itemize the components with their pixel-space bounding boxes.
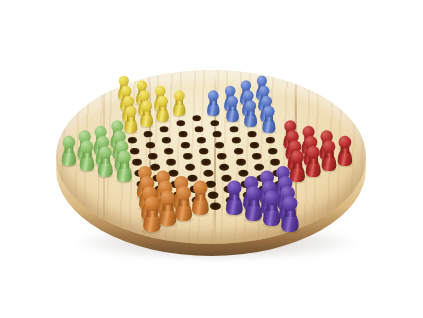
board-hole[interactable] (217, 153, 227, 159)
board-cell (169, 110, 187, 116)
board-hole[interactable] (266, 137, 275, 143)
board-hole[interactable] (132, 159, 142, 165)
board-hole[interactable] (203, 169, 213, 176)
peg-red[interactable] (305, 145, 320, 176)
board-cell (248, 154, 266, 160)
board-cell (141, 143, 159, 149)
peg-orange[interactable] (143, 195, 160, 231)
board-cell (194, 148, 212, 154)
board-cell (261, 137, 279, 143)
peg-blue[interactable] (244, 100, 257, 127)
peg-head (117, 150, 130, 163)
peg-head (261, 95, 272, 106)
board-cell (95, 170, 113, 176)
board-cell (259, 126, 277, 132)
board-cell (187, 115, 205, 121)
board-hole[interactable] (183, 153, 193, 159)
peg-head (155, 85, 166, 96)
board-hole[interactable] (201, 159, 211, 165)
board-cell (144, 154, 162, 160)
board-hole[interactable] (215, 142, 224, 148)
peg-head (323, 140, 336, 153)
peg-orange[interactable] (192, 180, 209, 215)
board-cell (197, 159, 215, 165)
board-hole[interactable] (220, 164, 230, 170)
board-hole[interactable] (250, 142, 259, 148)
board-hole[interactable] (236, 159, 246, 165)
board-hole[interactable] (146, 142, 155, 148)
peg-yellow[interactable] (124, 105, 137, 132)
board-cell (142, 225, 160, 231)
board-cell (204, 110, 222, 116)
peg-head (80, 140, 93, 153)
board-hole[interactable] (192, 115, 200, 120)
board-cell (176, 143, 194, 149)
board-hole[interactable] (167, 159, 177, 165)
board-cell (114, 176, 132, 182)
peg-head (245, 100, 256, 111)
peg-head (137, 80, 147, 90)
peg-yellow[interactable] (173, 90, 185, 116)
board-cell (190, 126, 208, 132)
board-hole[interactable] (197, 137, 206, 143)
board-hole[interactable] (164, 148, 173, 154)
board-cell (58, 159, 76, 165)
board-cell (158, 137, 176, 143)
peg-green[interactable] (116, 150, 131, 182)
peg-head (121, 85, 132, 96)
board-cell (171, 121, 189, 127)
board-hole[interactable] (213, 131, 222, 137)
peg-head (263, 105, 274, 116)
peg-blue[interactable] (262, 105, 275, 132)
board-cell (208, 132, 226, 138)
board-cell (215, 165, 233, 171)
board-cell (162, 159, 180, 165)
board-cell (319, 165, 337, 171)
peg-head (290, 150, 303, 163)
peg-head (227, 95, 238, 106)
board-cell (178, 154, 196, 160)
board-cell (224, 126, 242, 132)
peg-orange[interactable] (159, 190, 176, 226)
board-cell (231, 159, 249, 165)
board-cell (243, 214, 261, 220)
board-hole[interactable] (208, 191, 219, 198)
board-cell (266, 159, 284, 165)
peg-red[interactable] (322, 140, 337, 171)
board-cell (174, 214, 192, 220)
peg-blue[interactable] (207, 90, 219, 116)
board-cell (303, 170, 321, 176)
board-cell (264, 148, 282, 154)
peg-head (123, 95, 134, 106)
board-hole[interactable] (148, 153, 158, 159)
board-hole[interactable] (231, 137, 240, 143)
peg-head (282, 195, 297, 210)
product-photo-canvas: { "game": "chinese-checkers", "board": {… (0, 0, 423, 318)
peg-purple[interactable] (226, 180, 243, 215)
peg-purple[interactable] (245, 185, 262, 220)
peg-head (208, 90, 219, 101)
peg-head (144, 195, 159, 210)
board-cell (153, 115, 171, 121)
board-hole[interactable] (199, 148, 208, 154)
peg-head (99, 145, 112, 158)
peg-green[interactable] (61, 135, 76, 165)
board-cell (192, 137, 210, 143)
peg-field (44, 93, 367, 231)
board-cell (240, 121, 258, 127)
board-cell (155, 126, 173, 132)
board-cell (206, 121, 224, 127)
peg-purple[interactable] (281, 195, 298, 231)
board-hole[interactable] (234, 148, 243, 154)
board-hole[interactable] (270, 159, 280, 165)
peg-head (193, 180, 208, 195)
peg-green[interactable] (79, 140, 94, 171)
board-hole[interactable] (195, 126, 204, 132)
peg-yellow[interactable] (157, 95, 170, 121)
board-hole[interactable] (211, 120, 220, 126)
board-cell (229, 148, 247, 154)
board-cell (234, 170, 252, 176)
board-hole[interactable] (248, 131, 257, 137)
board-hole[interactable] (162, 137, 171, 143)
board-cell (211, 143, 229, 149)
peg-head (257, 75, 267, 85)
board-cell (227, 137, 245, 143)
peg-head (246, 185, 261, 200)
peg-purple[interactable] (263, 190, 280, 226)
peg-head (174, 90, 185, 101)
peg-green[interactable] (98, 145, 113, 176)
board-hole[interactable] (185, 164, 195, 170)
peg-head (160, 190, 175, 205)
peg-head (264, 190, 279, 205)
peg-head (224, 85, 235, 96)
board-cell (335, 159, 353, 165)
board-hole[interactable] (210, 202, 221, 209)
board-cell (225, 209, 243, 215)
board-hole[interactable] (144, 131, 153, 137)
peg-head (227, 180, 242, 195)
peg-head (306, 145, 319, 158)
chinese-checkers-board-photo (0, 0, 423, 318)
board-cell (245, 143, 263, 149)
peg-head (62, 135, 75, 148)
peg-head (141, 100, 152, 111)
peg-head (177, 185, 192, 200)
peg-red[interactable] (338, 135, 353, 165)
board-cell (243, 132, 261, 138)
board-cell (174, 132, 192, 138)
board-hole[interactable] (160, 126, 169, 132)
peg-yellow[interactable] (140, 100, 153, 127)
peg-head (339, 135, 352, 148)
board-cell (190, 209, 208, 215)
board-hole[interactable] (176, 120, 185, 126)
board-cell (206, 203, 224, 209)
board-cell (222, 115, 240, 121)
board-cell (137, 121, 155, 127)
board-hole[interactable] (181, 142, 190, 148)
peg-blue[interactable] (226, 95, 239, 121)
board-cell (77, 165, 95, 171)
board-cell (139, 132, 157, 138)
board-cell (250, 165, 268, 171)
board-hole[interactable] (229, 126, 238, 132)
board-cell (199, 170, 217, 176)
peg-head (119, 75, 129, 85)
board-cell (213, 154, 231, 160)
peg-head (259, 85, 270, 96)
board-hole[interactable] (178, 131, 187, 137)
board-cell (181, 165, 199, 171)
peg-orange[interactable] (175, 185, 192, 220)
peg-head (241, 80, 251, 90)
board-cell (280, 225, 298, 231)
board-cell (160, 148, 178, 154)
peg-head (157, 95, 168, 106)
board-hole[interactable] (268, 148, 277, 154)
board-cell (262, 220, 280, 226)
board-hole[interactable] (252, 153, 262, 159)
peg-head (125, 105, 136, 116)
